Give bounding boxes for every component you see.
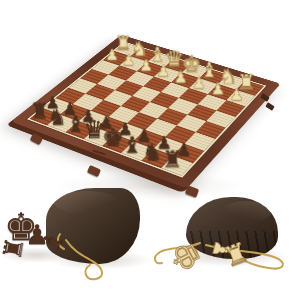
cord-ring-icon xyxy=(189,250,197,256)
product-photo: ♜♞♝♛♚♝♞♜♟♟♟♟♟♟♟♟♟♟♟♟♟♟♟♟♜♞♝♛♚♝♞♜ ♚ ♟ ♜ ♝… xyxy=(0,0,292,292)
right-cord-small xyxy=(155,243,200,263)
right-cord-loop xyxy=(206,245,283,269)
left-cord xyxy=(58,234,64,249)
left-cord-loop xyxy=(66,240,102,279)
drawstring-cords xyxy=(0,0,292,292)
